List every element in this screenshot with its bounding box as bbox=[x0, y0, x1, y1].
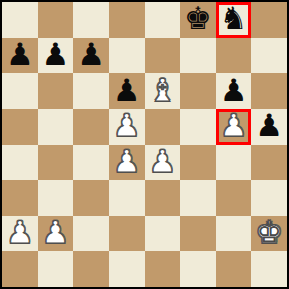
square-d2[interactable] bbox=[109, 216, 145, 252]
white-king[interactable]: ♚ bbox=[255, 217, 283, 248]
square-f8[interactable]: ♚ bbox=[180, 2, 216, 38]
chess-board: ♚♞♟♟♟♟♝♟♟♟♟♟♟♟♟♚ bbox=[0, 0, 289, 289]
square-h5[interactable]: ♟ bbox=[251, 109, 287, 145]
black-king[interactable]: ♚ bbox=[184, 3, 212, 34]
square-d1[interactable] bbox=[109, 251, 145, 287]
square-c3[interactable] bbox=[73, 180, 109, 216]
square-g8-highlighted[interactable]: ♞ bbox=[216, 2, 252, 38]
square-d4[interactable]: ♟ bbox=[109, 145, 145, 181]
square-a5[interactable] bbox=[2, 109, 38, 145]
square-f7[interactable] bbox=[180, 38, 216, 74]
square-c1[interactable] bbox=[73, 251, 109, 287]
square-f1[interactable] bbox=[180, 251, 216, 287]
white-bishop[interactable]: ♝ bbox=[148, 75, 176, 106]
square-e3[interactable] bbox=[145, 180, 181, 216]
black-pawn[interactable]: ♟ bbox=[113, 75, 141, 106]
square-d8[interactable] bbox=[109, 2, 145, 38]
square-b5[interactable] bbox=[38, 109, 74, 145]
square-b7[interactable]: ♟ bbox=[38, 38, 74, 74]
square-g3[interactable] bbox=[216, 180, 252, 216]
square-e1[interactable] bbox=[145, 251, 181, 287]
square-g2[interactable] bbox=[216, 216, 252, 252]
square-a1[interactable] bbox=[2, 251, 38, 287]
white-pawn[interactable]: ♟ bbox=[113, 110, 141, 141]
black-pawn[interactable]: ♟ bbox=[255, 110, 283, 141]
square-e2[interactable] bbox=[145, 216, 181, 252]
square-b8[interactable] bbox=[38, 2, 74, 38]
square-a4[interactable] bbox=[2, 145, 38, 181]
black-pawn[interactable]: ♟ bbox=[6, 39, 34, 70]
square-c5[interactable] bbox=[73, 109, 109, 145]
square-g7[interactable] bbox=[216, 38, 252, 74]
square-f4[interactable] bbox=[180, 145, 216, 181]
square-d5[interactable]: ♟ bbox=[109, 109, 145, 145]
square-h2[interactable]: ♚ bbox=[251, 216, 287, 252]
square-f6[interactable] bbox=[180, 73, 216, 109]
square-g5-highlighted[interactable]: ♟ bbox=[216, 109, 252, 145]
square-c6[interactable] bbox=[73, 73, 109, 109]
white-pawn[interactable]: ♟ bbox=[42, 217, 70, 248]
square-a8[interactable] bbox=[2, 2, 38, 38]
white-pawn[interactable]: ♟ bbox=[148, 146, 176, 177]
square-f5[interactable] bbox=[180, 109, 216, 145]
square-g1[interactable] bbox=[216, 251, 252, 287]
square-d3[interactable] bbox=[109, 180, 145, 216]
square-h1[interactable] bbox=[251, 251, 287, 287]
square-a3[interactable] bbox=[2, 180, 38, 216]
square-h4[interactable] bbox=[251, 145, 287, 181]
square-h3[interactable] bbox=[251, 180, 287, 216]
square-e5[interactable] bbox=[145, 109, 181, 145]
square-h6[interactable] bbox=[251, 73, 287, 109]
square-h7[interactable] bbox=[251, 38, 287, 74]
square-e4[interactable]: ♟ bbox=[145, 145, 181, 181]
square-e6[interactable]: ♝ bbox=[145, 73, 181, 109]
black-knight[interactable]: ♞ bbox=[220, 3, 248, 34]
black-pawn[interactable]: ♟ bbox=[77, 39, 105, 70]
black-pawn[interactable]: ♟ bbox=[220, 75, 248, 106]
square-b4[interactable] bbox=[38, 145, 74, 181]
square-c2[interactable] bbox=[73, 216, 109, 252]
square-b2[interactable]: ♟ bbox=[38, 216, 74, 252]
square-a6[interactable] bbox=[2, 73, 38, 109]
square-b6[interactable] bbox=[38, 73, 74, 109]
square-c7[interactable]: ♟ bbox=[73, 38, 109, 74]
square-f3[interactable] bbox=[180, 180, 216, 216]
square-g4[interactable] bbox=[216, 145, 252, 181]
white-pawn[interactable]: ♟ bbox=[6, 217, 34, 248]
square-h8[interactable] bbox=[251, 2, 287, 38]
square-a7[interactable]: ♟ bbox=[2, 38, 38, 74]
square-a2[interactable]: ♟ bbox=[2, 216, 38, 252]
square-c8[interactable] bbox=[73, 2, 109, 38]
square-d7[interactable] bbox=[109, 38, 145, 74]
square-g6[interactable]: ♟ bbox=[216, 73, 252, 109]
square-e8[interactable] bbox=[145, 2, 181, 38]
black-pawn[interactable]: ♟ bbox=[42, 39, 70, 70]
square-b3[interactable] bbox=[38, 180, 74, 216]
square-f2[interactable] bbox=[180, 216, 216, 252]
square-b1[interactable] bbox=[38, 251, 74, 287]
board-wrap: ♚♞♟♟♟♟♝♟♟♟♟♟♟♟♟♚ bbox=[0, 0, 289, 289]
white-pawn[interactable]: ♟ bbox=[113, 146, 141, 177]
square-d6[interactable]: ♟ bbox=[109, 73, 145, 109]
square-c4[interactable] bbox=[73, 145, 109, 181]
square-e7[interactable] bbox=[145, 38, 181, 74]
white-pawn[interactable]: ♟ bbox=[220, 110, 248, 141]
